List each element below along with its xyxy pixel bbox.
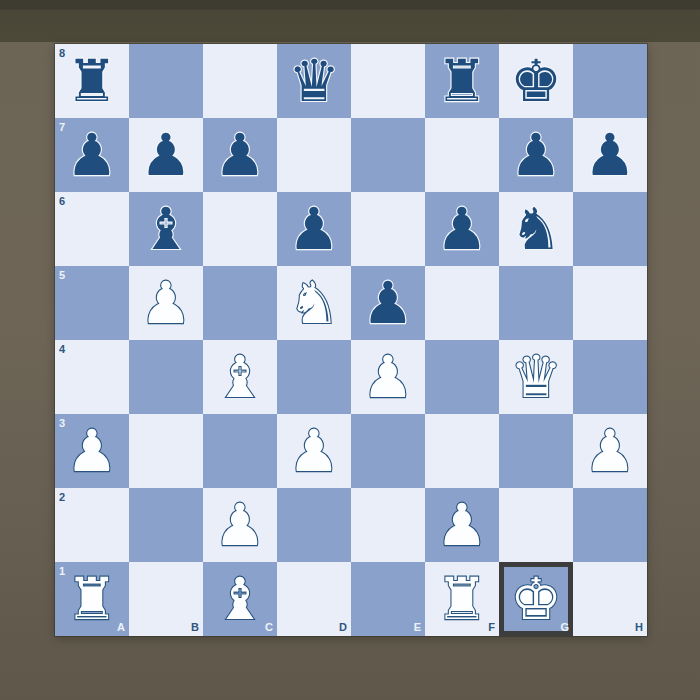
piece-black-rook[interactable]: ♜ (425, 44, 499, 118)
piece-white-pawn[interactable]: ♟ (55, 414, 129, 488)
rank-label-2: 2 (59, 492, 65, 503)
square-g1-highlighted[interactable]: G♚ (499, 562, 573, 636)
piece-white-pawn[interactable]: ♟ (425, 488, 499, 562)
piece-white-bishop[interactable]: ♝ (203, 340, 277, 414)
square-a7[interactable]: 7♟ (55, 118, 129, 192)
square-f7[interactable] (425, 118, 499, 192)
piece-black-pawn[interactable]: ♟ (203, 118, 277, 192)
piece-white-pawn[interactable]: ♟ (203, 488, 277, 562)
square-c2[interactable]: ♟ (203, 488, 277, 562)
square-h7[interactable]: ♟ (573, 118, 647, 192)
square-g2[interactable] (499, 488, 573, 562)
square-b3[interactable] (129, 414, 203, 488)
square-b2[interactable] (129, 488, 203, 562)
square-e5[interactable]: ♟ (351, 266, 425, 340)
piece-white-knight[interactable]: ♞ (277, 266, 351, 340)
square-h2[interactable] (573, 488, 647, 562)
background-top-band (0, 0, 700, 42)
square-d3[interactable]: ♟ (277, 414, 351, 488)
rank-label-6: 6 (59, 196, 65, 207)
square-e6[interactable] (351, 192, 425, 266)
file-label-e: E (414, 622, 421, 633)
piece-black-rook[interactable]: ♜ (55, 44, 129, 118)
piece-black-pawn[interactable]: ♟ (573, 118, 647, 192)
square-b4[interactable] (129, 340, 203, 414)
piece-white-rook[interactable]: ♜ (425, 562, 499, 636)
square-e4[interactable]: ♟ (351, 340, 425, 414)
square-f3[interactable] (425, 414, 499, 488)
file-label-h: H (635, 622, 643, 633)
square-a3[interactable]: 3♟ (55, 414, 129, 488)
square-a5[interactable]: 5 (55, 266, 129, 340)
square-c1[interactable]: C♝ (203, 562, 277, 636)
square-e3[interactable] (351, 414, 425, 488)
square-d5[interactable]: ♞ (277, 266, 351, 340)
square-h4[interactable] (573, 340, 647, 414)
square-h6[interactable] (573, 192, 647, 266)
square-g5[interactable] (499, 266, 573, 340)
piece-white-pawn[interactable]: ♟ (351, 340, 425, 414)
piece-white-pawn[interactable]: ♟ (129, 266, 203, 340)
piece-black-pawn[interactable]: ♟ (55, 118, 129, 192)
square-c7[interactable]: ♟ (203, 118, 277, 192)
square-h3[interactable]: ♟ (573, 414, 647, 488)
square-h8[interactable] (573, 44, 647, 118)
square-f8[interactable]: ♜ (425, 44, 499, 118)
piece-black-pawn[interactable]: ♟ (351, 266, 425, 340)
square-d1[interactable]: D (277, 562, 351, 636)
square-a4[interactable]: 4 (55, 340, 129, 414)
square-f1[interactable]: F♜ (425, 562, 499, 636)
square-a1[interactable]: 1A♜ (55, 562, 129, 636)
square-d4[interactable] (277, 340, 351, 414)
square-h5[interactable] (573, 266, 647, 340)
piece-black-knight[interactable]: ♞ (499, 192, 573, 266)
square-g4[interactable]: ♛ (499, 340, 573, 414)
square-a2[interactable]: 2 (55, 488, 129, 562)
square-e8[interactable] (351, 44, 425, 118)
square-d2[interactable] (277, 488, 351, 562)
square-f4[interactable] (425, 340, 499, 414)
piece-white-pawn[interactable]: ♟ (277, 414, 351, 488)
piece-black-queen[interactable]: ♛ (277, 44, 351, 118)
square-d6[interactable]: ♟ (277, 192, 351, 266)
square-d8[interactable]: ♛ (277, 44, 351, 118)
square-b5[interactable]: ♟ (129, 266, 203, 340)
piece-white-rook[interactable]: ♜ (55, 562, 129, 636)
square-c4[interactable]: ♝ (203, 340, 277, 414)
piece-white-pawn[interactable]: ♟ (573, 414, 647, 488)
square-c8[interactable] (203, 44, 277, 118)
square-b8[interactable] (129, 44, 203, 118)
square-a6[interactable]: 6 (55, 192, 129, 266)
square-g3[interactable] (499, 414, 573, 488)
square-c5[interactable] (203, 266, 277, 340)
square-e2[interactable] (351, 488, 425, 562)
piece-black-pawn[interactable]: ♟ (277, 192, 351, 266)
square-g6[interactable]: ♞ (499, 192, 573, 266)
square-g8[interactable]: ♚ (499, 44, 573, 118)
square-c6[interactable] (203, 192, 277, 266)
piece-black-pawn[interactable]: ♟ (129, 118, 203, 192)
piece-white-bishop[interactable]: ♝ (203, 562, 277, 636)
app-background: 8♜♛♜♚7♟♟♟♟♟6♝♟♟♞5♟♞♟4♝♟♛3♟♟♟2♟♟1A♜BC♝DEF… (0, 0, 700, 700)
square-b7[interactable]: ♟ (129, 118, 203, 192)
chess-board: 8♜♛♜♚7♟♟♟♟♟6♝♟♟♞5♟♞♟4♝♟♛3♟♟♟2♟♟1A♜BC♝DEF… (55, 44, 647, 636)
square-f5[interactable] (425, 266, 499, 340)
file-label-b: B (191, 622, 199, 633)
piece-black-pawn[interactable]: ♟ (499, 118, 573, 192)
square-a8[interactable]: 8♜ (55, 44, 129, 118)
square-f6[interactable]: ♟ (425, 192, 499, 266)
square-c3[interactable] (203, 414, 277, 488)
square-g7[interactable]: ♟ (499, 118, 573, 192)
file-label-d: D (339, 622, 347, 633)
piece-black-pawn[interactable]: ♟ (425, 192, 499, 266)
square-b1[interactable]: B (129, 562, 203, 636)
square-f2[interactable]: ♟ (425, 488, 499, 562)
rank-label-5: 5 (59, 270, 65, 281)
square-d7[interactable] (277, 118, 351, 192)
square-h1[interactable]: H (573, 562, 647, 636)
piece-white-king[interactable]: ♚ (499, 562, 573, 636)
piece-black-bishop[interactable]: ♝ (129, 192, 203, 266)
square-e1[interactable]: E (351, 562, 425, 636)
square-b6[interactable]: ♝ (129, 192, 203, 266)
square-e7[interactable] (351, 118, 425, 192)
piece-white-queen[interactable]: ♛ (499, 340, 573, 414)
piece-black-king[interactable]: ♚ (499, 44, 573, 118)
rank-label-4: 4 (59, 344, 65, 355)
